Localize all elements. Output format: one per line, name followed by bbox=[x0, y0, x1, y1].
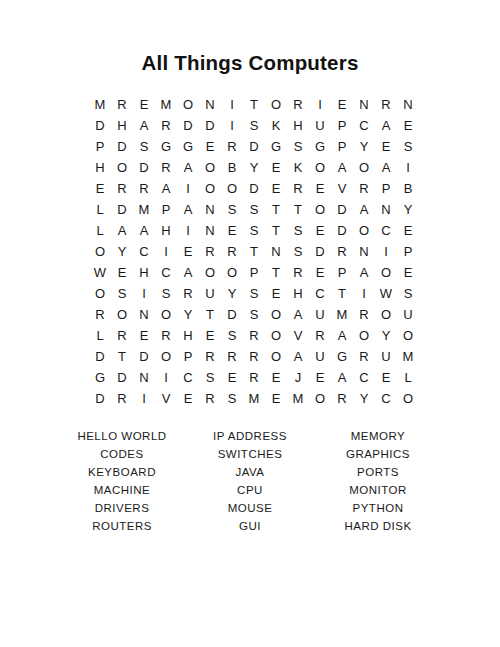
grid-cell[interactable]: D bbox=[331, 220, 353, 241]
grid-cell[interactable]: E bbox=[221, 367, 243, 388]
grid-cell[interactable]: S bbox=[133, 136, 155, 157]
grid-cell[interactable]: I bbox=[221, 115, 243, 136]
grid-cell[interactable]: O bbox=[265, 325, 287, 346]
grid-cell[interactable]: A bbox=[287, 346, 309, 367]
grid-cell[interactable]: J bbox=[287, 367, 309, 388]
grid-cell[interactable]: E bbox=[89, 178, 111, 199]
word-list-item: CPU bbox=[189, 481, 311, 499]
word-list-item: MACHINE bbox=[61, 481, 183, 499]
grid-cell[interactable]: P bbox=[155, 199, 177, 220]
grid-cell[interactable]: N bbox=[353, 241, 375, 262]
grid-cell[interactable]: O bbox=[309, 157, 331, 178]
grid-cell[interactable]: L bbox=[89, 325, 111, 346]
grid-cell[interactable]: O bbox=[177, 94, 199, 115]
grid-cell[interactable]: I bbox=[221, 94, 243, 115]
grid-cell[interactable]: S bbox=[221, 388, 243, 409]
word-list-item: MONITOR bbox=[317, 481, 439, 499]
grid-cell[interactable]: A bbox=[331, 367, 353, 388]
word-list-item: IP ADDRESS bbox=[189, 427, 311, 445]
grid-cell[interactable]: N bbox=[397, 94, 419, 115]
grid-cell[interactable]: E bbox=[309, 367, 331, 388]
grid-cell[interactable]: O bbox=[111, 157, 133, 178]
grid-cell[interactable]: A bbox=[133, 220, 155, 241]
word-list-item: GRAPHICS bbox=[317, 445, 439, 463]
grid-cell[interactable]: K bbox=[287, 157, 309, 178]
grid-cell[interactable]: R bbox=[353, 346, 375, 367]
grid-cell[interactable]: N bbox=[199, 94, 221, 115]
grid-cell[interactable]: D bbox=[133, 157, 155, 178]
grid-cell[interactable]: A bbox=[331, 325, 353, 346]
grid-cell[interactable]: L bbox=[89, 199, 111, 220]
word-list-item: PYTHON bbox=[317, 499, 439, 517]
grid-cell[interactable]: M bbox=[89, 94, 111, 115]
grid-cell[interactable]: E bbox=[309, 220, 331, 241]
grid-cell[interactable]: E bbox=[375, 136, 397, 157]
grid-cell[interactable]: G bbox=[89, 367, 111, 388]
grid-cell[interactable]: D bbox=[331, 199, 353, 220]
grid-cell[interactable]: D bbox=[309, 241, 331, 262]
grid-cell[interactable]: H bbox=[287, 115, 309, 136]
grid-cell[interactable]: O bbox=[199, 262, 221, 283]
grid-cell[interactable]: R bbox=[111, 388, 133, 409]
grid-cell[interactable]: A bbox=[287, 304, 309, 325]
grid-cell[interactable]: E bbox=[177, 241, 199, 262]
grid-cell[interactable]: R bbox=[155, 325, 177, 346]
grid-cell[interactable]: S bbox=[243, 199, 265, 220]
word-list-item: CODES bbox=[61, 445, 183, 463]
word-list-item: ROUTERS bbox=[61, 517, 183, 535]
grid-cell[interactable]: I bbox=[177, 178, 199, 199]
grid-cell[interactable]: A bbox=[177, 199, 199, 220]
grid-cell[interactable]: P bbox=[89, 136, 111, 157]
grid-cell[interactable]: I bbox=[133, 388, 155, 409]
grid-cell[interactable]: R bbox=[331, 241, 353, 262]
grid-cell[interactable]: O bbox=[353, 220, 375, 241]
grid-cell[interactable]: H bbox=[155, 220, 177, 241]
grid-cell[interactable]: A bbox=[155, 178, 177, 199]
grid-cell[interactable]: R bbox=[243, 325, 265, 346]
grid-cell[interactable]: Y bbox=[243, 157, 265, 178]
grid-cell[interactable]: T bbox=[287, 199, 309, 220]
word-list-item: MEMORY bbox=[317, 427, 439, 445]
grid-cell[interactable]: C bbox=[375, 388, 397, 409]
grid-cell[interactable]: S bbox=[243, 220, 265, 241]
grid-cell[interactable]: E bbox=[133, 94, 155, 115]
grid-cell[interactable]: I bbox=[133, 283, 155, 304]
grid-cell[interactable]: D bbox=[111, 367, 133, 388]
grid-cell[interactable]: V bbox=[155, 388, 177, 409]
grid-cell[interactable]: R bbox=[287, 94, 309, 115]
word-list-item: MOUSE bbox=[189, 499, 311, 517]
grid-cell[interactable]: U bbox=[397, 304, 419, 325]
grid-cell[interactable]: M bbox=[155, 94, 177, 115]
grid-cell[interactable]: R bbox=[375, 94, 397, 115]
word-search-page: All Things Computers MREMONITORIENRNDHAR… bbox=[0, 0, 500, 647]
grid-cell[interactable]: S bbox=[243, 283, 265, 304]
grid-cell[interactable]: K bbox=[265, 115, 287, 136]
grid-cell[interactable]: R bbox=[287, 178, 309, 199]
grid-cell[interactable]: H bbox=[111, 115, 133, 136]
grid-cell[interactable]: E bbox=[199, 136, 221, 157]
grid-cell[interactable]: M bbox=[243, 388, 265, 409]
grid-cell[interactable]: R bbox=[309, 325, 331, 346]
grid-cell[interactable]: H bbox=[133, 262, 155, 283]
word-list-item: DRIVERS bbox=[61, 499, 183, 517]
grid-cell[interactable]: T bbox=[265, 262, 287, 283]
grid-cell[interactable]: R bbox=[111, 325, 133, 346]
word-list: HELLO WORLDCODESKEYBOARDMACHINEDRIVERSRO… bbox=[0, 427, 500, 535]
grid-cell[interactable]: Y bbox=[177, 304, 199, 325]
grid-cell[interactable]: P bbox=[331, 136, 353, 157]
grid-cell[interactable]: O bbox=[397, 325, 419, 346]
word-list-item: SWITCHES bbox=[189, 445, 311, 463]
grid-cell[interactable]: P bbox=[375, 178, 397, 199]
grid-cell[interactable]: W bbox=[89, 262, 111, 283]
grid-cell[interactable]: N bbox=[133, 304, 155, 325]
grid-cell[interactable]: O bbox=[199, 157, 221, 178]
grid-cell[interactable]: O bbox=[353, 157, 375, 178]
grid-cell[interactable]: S bbox=[287, 241, 309, 262]
grid-cell[interactable]: M bbox=[331, 304, 353, 325]
grid-cell[interactable]: S bbox=[397, 283, 419, 304]
grid-cell[interactable]: S bbox=[243, 304, 265, 325]
grid-cell[interactable]: R bbox=[243, 367, 265, 388]
grid-cell[interactable]: D bbox=[199, 115, 221, 136]
grid-cell[interactable]: O bbox=[89, 283, 111, 304]
grid-cell[interactable]: T bbox=[243, 94, 265, 115]
grid-cell[interactable]: R bbox=[221, 241, 243, 262]
grid-cell[interactable]: Y bbox=[375, 325, 397, 346]
grid-cell[interactable]: O bbox=[265, 304, 287, 325]
grid-cell[interactable]: N bbox=[353, 94, 375, 115]
grid-cell[interactable]: R bbox=[155, 157, 177, 178]
grid-cell[interactable]: R bbox=[353, 178, 375, 199]
grid-cell[interactable]: R bbox=[177, 283, 199, 304]
grid-cell[interactable]: T bbox=[331, 283, 353, 304]
grid-cell[interactable]: D bbox=[111, 199, 133, 220]
grid-cell[interactable]: A bbox=[353, 262, 375, 283]
grid-cell[interactable]: R bbox=[155, 115, 177, 136]
grid-cell[interactable]: N bbox=[199, 220, 221, 241]
grid-cell[interactable]: A bbox=[375, 115, 397, 136]
grid-cell[interactable]: I bbox=[309, 94, 331, 115]
grid-cell[interactable]: S bbox=[243, 115, 265, 136]
grid-cell[interactable]: Y bbox=[353, 388, 375, 409]
grid-cell[interactable]: E bbox=[265, 388, 287, 409]
grid-cell[interactable]: N bbox=[133, 367, 155, 388]
grid-cell[interactable]: C bbox=[177, 367, 199, 388]
grid-cell[interactable]: O bbox=[155, 304, 177, 325]
grid-cell[interactable]: O bbox=[375, 262, 397, 283]
grid-cell[interactable]: D bbox=[177, 115, 199, 136]
grid-cell[interactable]: R bbox=[243, 346, 265, 367]
grid-cell[interactable]: L bbox=[397, 367, 419, 388]
grid-cell[interactable]: I bbox=[375, 241, 397, 262]
word-column: IP ADDRESSSWITCHESJAVACPUMOUSEGUI bbox=[189, 427, 311, 535]
grid-cell[interactable]: O bbox=[375, 304, 397, 325]
grid-cell[interactable]: A bbox=[177, 262, 199, 283]
grid-cell[interactable]: E bbox=[177, 388, 199, 409]
grid-cell[interactable]: R bbox=[199, 241, 221, 262]
word-list-item: GUI bbox=[189, 517, 311, 535]
grid-cell[interactable]: T bbox=[199, 304, 221, 325]
grid-cell[interactable]: V bbox=[331, 178, 353, 199]
grid-cell[interactable]: U bbox=[309, 346, 331, 367]
grid-cell[interactable]: R bbox=[221, 346, 243, 367]
grid-cell[interactable]: N bbox=[199, 199, 221, 220]
grid-cell[interactable]: D bbox=[111, 136, 133, 157]
grid-cell[interactable]: H bbox=[89, 157, 111, 178]
grid-cell[interactable]: P bbox=[243, 262, 265, 283]
grid-cell[interactable]: S bbox=[155, 283, 177, 304]
grid-cell[interactable]: E bbox=[133, 325, 155, 346]
grid-cell[interactable]: S bbox=[221, 199, 243, 220]
word-list-item: KEYBOARD bbox=[61, 463, 183, 481]
grid-cell[interactable]: P bbox=[177, 346, 199, 367]
grid-cell[interactable]: M bbox=[397, 346, 419, 367]
grid-cell[interactable]: M bbox=[133, 199, 155, 220]
grid-cell[interactable]: E bbox=[265, 367, 287, 388]
grid-cell[interactable]: B bbox=[397, 178, 419, 199]
grid-cell[interactable]: A bbox=[331, 157, 353, 178]
grid-cell[interactable]: T bbox=[111, 346, 133, 367]
grid-cell[interactable]: D bbox=[89, 388, 111, 409]
grid-cell[interactable]: E bbox=[221, 220, 243, 241]
word-list-item: HARD DISK bbox=[317, 517, 439, 535]
grid-cell[interactable]: U bbox=[199, 283, 221, 304]
grid-cell[interactable]: S bbox=[287, 220, 309, 241]
grid-cell[interactable]: O bbox=[221, 262, 243, 283]
grid-cell[interactable]: I bbox=[397, 157, 419, 178]
grid-cell[interactable]: V bbox=[287, 325, 309, 346]
grid-cell[interactable]: U bbox=[375, 346, 397, 367]
grid-cell[interactable]: O bbox=[353, 325, 375, 346]
grid-cell[interactable]: D bbox=[89, 346, 111, 367]
grid-cell[interactable]: G bbox=[331, 346, 353, 367]
grid-cell[interactable]: P bbox=[331, 262, 353, 283]
grid-cell[interactable]: O bbox=[221, 178, 243, 199]
grid-cell[interactable]: A bbox=[177, 157, 199, 178]
word-column: MEMORYGRAPHICSPORTSMONITORPYTHONHARD DIS… bbox=[317, 427, 439, 535]
grid-cell[interactable]: O bbox=[155, 346, 177, 367]
grid-cell[interactable]: C bbox=[133, 241, 155, 262]
grid-cell[interactable]: O bbox=[309, 388, 331, 409]
grid-cell[interactable]: R bbox=[111, 94, 133, 115]
grid-cell[interactable]: R bbox=[331, 388, 353, 409]
grid-cell[interactable]: R bbox=[287, 262, 309, 283]
grid-cell[interactable]: R bbox=[221, 136, 243, 157]
grid-cell[interactable]: G bbox=[309, 136, 331, 157]
grid-cell[interactable]: E bbox=[309, 178, 331, 199]
grid-cell[interactable]: R bbox=[133, 178, 155, 199]
grid-cell[interactable]: S bbox=[287, 136, 309, 157]
word-list-item: HELLO WORLD bbox=[61, 427, 183, 445]
grid-cell[interactable]: S bbox=[221, 325, 243, 346]
grid-cell[interactable]: P bbox=[397, 241, 419, 262]
grid-cell[interactable]: O bbox=[309, 199, 331, 220]
grid-cell[interactable]: C bbox=[375, 220, 397, 241]
grid-cell[interactable]: Y bbox=[397, 199, 419, 220]
grid-cell[interactable]: R bbox=[199, 346, 221, 367]
grid-cell[interactable]: E bbox=[375, 367, 397, 388]
grid-cell[interactable]: L bbox=[89, 220, 111, 241]
grid-cell[interactable]: E bbox=[397, 220, 419, 241]
grid-cell[interactable]: I bbox=[353, 283, 375, 304]
grid-cell[interactable]: D bbox=[243, 178, 265, 199]
grid-cell[interactable]: T bbox=[265, 220, 287, 241]
grid-cell[interactable]: C bbox=[353, 367, 375, 388]
grid-cell[interactable]: C bbox=[353, 115, 375, 136]
grid-cell[interactable]: B bbox=[221, 157, 243, 178]
grid-cell[interactable]: O bbox=[111, 304, 133, 325]
grid-cell[interactable]: E bbox=[265, 178, 287, 199]
grid-cell[interactable]: H bbox=[177, 325, 199, 346]
grid-cell[interactable]: U bbox=[309, 304, 331, 325]
grid-cell[interactable]: U bbox=[309, 115, 331, 136]
grid-cell[interactable]: E bbox=[265, 283, 287, 304]
grid-cell[interactable]: D bbox=[89, 115, 111, 136]
grid-cell[interactable]: P bbox=[331, 115, 353, 136]
grid-cell[interactable]: R bbox=[111, 178, 133, 199]
grid-cell[interactable]: N bbox=[375, 199, 397, 220]
grid-cell[interactable]: E bbox=[309, 262, 331, 283]
grid-cell[interactable]: E bbox=[265, 157, 287, 178]
grid-cell[interactable]: T bbox=[265, 199, 287, 220]
grid-cell[interactable]: A bbox=[133, 115, 155, 136]
grid-cell[interactable]: G bbox=[177, 136, 199, 157]
grid-cell[interactable]: D bbox=[221, 304, 243, 325]
grid-cell[interactable]: I bbox=[155, 241, 177, 262]
grid-cell[interactable]: R bbox=[89, 304, 111, 325]
grid-cell[interactable]: H bbox=[287, 283, 309, 304]
grid-cell[interactable]: R bbox=[199, 388, 221, 409]
grid-cell[interactable]: D bbox=[133, 346, 155, 367]
grid-cell[interactable]: E bbox=[199, 325, 221, 346]
grid-cell[interactable]: Y bbox=[353, 136, 375, 157]
grid-cell[interactable]: R bbox=[353, 304, 375, 325]
grid-cell[interactable]: O bbox=[265, 94, 287, 115]
grid-cell[interactable]: Y bbox=[221, 283, 243, 304]
grid-cell[interactable]: I bbox=[177, 220, 199, 241]
word-list-item: PORTS bbox=[317, 463, 439, 481]
grid-cell[interactable]: O bbox=[199, 178, 221, 199]
word-column: HELLO WORLDCODESKEYBOARDMACHINEDRIVERSRO… bbox=[61, 427, 183, 535]
grid-cell[interactable]: C bbox=[155, 262, 177, 283]
grid-cell[interactable]: A bbox=[353, 199, 375, 220]
grid-cell[interactable]: O bbox=[89, 241, 111, 262]
grid-cell[interactable]: S bbox=[199, 367, 221, 388]
grid-cell[interactable]: S bbox=[397, 136, 419, 157]
grid-cell[interactable]: A bbox=[111, 220, 133, 241]
grid-cell[interactable]: O bbox=[397, 388, 419, 409]
grid-cell[interactable]: W bbox=[375, 283, 397, 304]
grid-cell[interactable]: G bbox=[265, 136, 287, 157]
grid-cell[interactable]: E bbox=[111, 262, 133, 283]
grid-cell[interactable]: M bbox=[287, 388, 309, 409]
puzzle-title: All Things Computers bbox=[0, 51, 500, 75]
letter-grid: MREMONITORIENRNDHARDDISKHUPCAEPDSGGERDGS… bbox=[89, 94, 419, 409]
grid-cell[interactable]: O bbox=[265, 346, 287, 367]
grid-cell[interactable]: I bbox=[155, 367, 177, 388]
grid-cell[interactable]: S bbox=[111, 283, 133, 304]
word-list-item: JAVA bbox=[189, 463, 311, 481]
grid-cell[interactable]: E bbox=[397, 115, 419, 136]
grid-cell[interactable]: C bbox=[309, 283, 331, 304]
grid-cell[interactable]: D bbox=[243, 136, 265, 157]
grid-cell[interactable]: E bbox=[397, 262, 419, 283]
grid-cell[interactable]: Y bbox=[111, 241, 133, 262]
grid-cell[interactable]: T bbox=[243, 241, 265, 262]
grid-cell[interactable]: E bbox=[331, 94, 353, 115]
grid-cell[interactable]: N bbox=[265, 241, 287, 262]
grid-cell[interactable]: A bbox=[375, 157, 397, 178]
grid-cell[interactable]: G bbox=[155, 136, 177, 157]
